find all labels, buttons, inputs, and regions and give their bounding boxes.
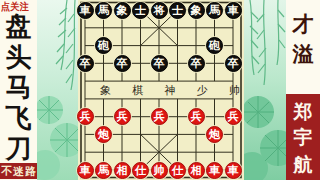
piece-black-象-c2r0[interactable]: 象 — [114, 2, 131, 19]
piece-black-卒-c2r3[interactable]: 卒 — [114, 55, 131, 72]
piece-red-相-c6r9[interactable]: 相 — [188, 162, 205, 179]
piece-black-卒-c4r3[interactable]: 卒 — [151, 55, 168, 72]
river-char-1: 棋 — [132, 83, 143, 98]
piece-red-車-c7r9[interactable]: 車 — [206, 162, 223, 179]
piece-black-卒-c0r3[interactable]: 卒 — [77, 55, 94, 72]
piece-black-士-c3r0[interactable]: 士 — [132, 2, 149, 19]
piece-red-帅-c4r9[interactable]: 帅 — [151, 162, 168, 179]
piece-black-将-c4r0[interactable]: 将 — [151, 2, 168, 19]
river-char-3: 少 — [197, 83, 208, 98]
piece-red-相-c2r9[interactable]: 相 — [114, 162, 131, 179]
piece-red-兵-c0r6[interactable]: 兵 — [77, 108, 94, 125]
piece-red-馬-c1r9[interactable]: 馬 — [95, 162, 112, 179]
bottom-left-banner: 不迷路 — [0, 163, 38, 179]
player-bottom-char-0: 郑 — [294, 101, 313, 121]
piece-black-馬-c7r0[interactable]: 馬 — [206, 2, 223, 19]
xiangqi-board[interactable]: 象棋神少帅 車馬象士将士象馬車砲砲卒卒卒卒卒兵兵兵兵兵炮炮車馬相仕帅仕相車車 — [78, 0, 244, 180]
title-char-0: 盘 — [6, 13, 32, 39]
thumbnail-stage: 点关注 盘头马飞刀 不迷路 — [0, 0, 320, 180]
piece-black-砲-c1r2[interactable]: 砲 — [95, 37, 112, 54]
river-char-2: 神 — [165, 83, 176, 98]
title-char-4: 刀 — [6, 135, 32, 161]
piece-black-砲-c7r2[interactable]: 砲 — [206, 37, 223, 54]
right-willow-strip — [244, 0, 286, 180]
river-char-4: 帅 — [229, 83, 240, 98]
piece-black-卒-c8r3[interactable]: 卒 — [225, 55, 242, 72]
piece-black-士-c5r0[interactable]: 士 — [169, 2, 186, 19]
player-name-bottom-block: 郑宇航 — [286, 94, 320, 180]
player-name-top: 才溢 — [286, 12, 320, 65]
river-char-0: 象 — [100, 83, 111, 98]
player-top-char-1: 溢 — [293, 42, 314, 65]
title-char-3: 飞 — [6, 105, 32, 131]
player-bottom-char-1: 宇 — [294, 127, 313, 147]
piece-black-車-c8r0[interactable]: 車 — [225, 2, 242, 19]
piece-red-兵-c4r6[interactable]: 兵 — [151, 108, 168, 125]
bottom-left-banner-text: 不迷路 — [1, 164, 37, 179]
piece-red-仕-c3r9[interactable]: 仕 — [132, 162, 149, 179]
piece-red-兵-c2r6[interactable]: 兵 — [114, 108, 131, 125]
piece-black-卒-c6r3[interactable]: 卒 — [188, 55, 205, 72]
player-bottom-char-2: 航 — [294, 154, 313, 174]
piece-red-車-c8r9[interactable]: 車 — [225, 162, 242, 179]
willow-decoration-right — [244, 0, 286, 180]
piece-red-仕-c5r9[interactable]: 仕 — [169, 162, 186, 179]
willow-decoration-left — [37, 0, 78, 180]
left-panel: 点关注 盘头马飞刀 不迷路 — [0, 0, 37, 180]
piece-red-兵-c8r6[interactable]: 兵 — [225, 108, 242, 125]
left-willow-strip — [37, 0, 78, 180]
piece-red-炮-c7r7[interactable]: 炮 — [206, 126, 223, 143]
title-char-1: 头 — [6, 44, 32, 70]
player-top-char-0: 才 — [293, 12, 314, 35]
piece-red-炮-c1r7[interactable]: 炮 — [95, 126, 112, 143]
title-char-2: 马 — [6, 74, 32, 100]
piece-red-車-c0r9[interactable]: 車 — [77, 162, 94, 179]
piece-black-馬-c1r0[interactable]: 馬 — [95, 2, 112, 19]
piece-black-車-c0r0[interactable]: 車 — [77, 2, 94, 19]
video-title-vertical: 盘头马飞刀 — [0, 13, 37, 161]
piece-red-兵-c6r6[interactable]: 兵 — [188, 108, 205, 125]
river-watermark: 象棋神少帅 — [100, 83, 240, 98]
piece-black-象-c6r0[interactable]: 象 — [188, 2, 205, 19]
